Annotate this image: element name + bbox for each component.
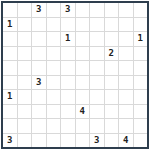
cell-r2c2[interactable] (32, 32, 46, 46)
cell-r4c7[interactable] (105, 61, 119, 75)
cell-r0c7[interactable] (105, 3, 119, 17)
cell-r1c1[interactable] (18, 18, 32, 32)
cell-r6c2[interactable] (32, 90, 46, 104)
cell-r2c7[interactable] (105, 32, 119, 46)
cell-r0c4[interactable]: 3 (61, 3, 75, 17)
cell-r5c9[interactable] (134, 76, 148, 90)
cell-r8c2[interactable] (32, 119, 46, 133)
cell-r3c7[interactable]: 2 (105, 47, 119, 61)
cell-r7c4[interactable] (61, 105, 75, 119)
cell-r6c3[interactable] (47, 90, 61, 104)
cell-r1c3[interactable] (47, 18, 61, 32)
cell-r7c2[interactable] (32, 105, 46, 119)
cell-r0c1[interactable] (18, 3, 32, 17)
cell-r0c9[interactable] (134, 3, 148, 17)
cell-r5c5[interactable] (76, 76, 90, 90)
cell-r9c2[interactable] (32, 134, 46, 148)
cell-r5c2[interactable]: 3 (32, 76, 46, 90)
cell-r7c6[interactable] (90, 105, 104, 119)
cell-r8c5[interactable] (76, 119, 90, 133)
cell-r6c6[interactable] (90, 90, 104, 104)
cell-r4c5[interactable] (76, 61, 90, 75)
cell-r4c1[interactable] (18, 61, 32, 75)
cell-r8c9[interactable] (134, 119, 148, 133)
cell-r9c5[interactable] (76, 134, 90, 148)
cell-r7c3[interactable] (47, 105, 61, 119)
cell-r1c7[interactable] (105, 18, 119, 32)
cell-r4c4[interactable] (61, 61, 75, 75)
clue-number: 2 (109, 49, 114, 58)
cell-r2c5[interactable] (76, 32, 90, 46)
cell-r1c6[interactable] (90, 18, 104, 32)
cell-r9c8[interactable]: 4 (119, 134, 133, 148)
cell-r9c3[interactable] (47, 134, 61, 148)
cell-r3c3[interactable] (47, 47, 61, 61)
cell-r2c8[interactable] (119, 32, 133, 46)
cell-r4c8[interactable] (119, 61, 133, 75)
cell-r2c0[interactable] (3, 32, 17, 46)
cell-r1c5[interactable] (76, 18, 90, 32)
cell-r7c8[interactable] (119, 105, 133, 119)
cell-r0c3[interactable] (47, 3, 61, 17)
cell-r5c4[interactable] (61, 76, 75, 90)
cell-r1c0[interactable]: 1 (3, 18, 17, 32)
cell-r3c1[interactable] (18, 47, 32, 61)
cell-r2c3[interactable] (47, 32, 61, 46)
clue-number: 1 (7, 92, 12, 101)
cell-r3c5[interactable] (76, 47, 90, 61)
clue-number: 3 (94, 136, 99, 145)
cell-r5c6[interactable] (90, 76, 104, 90)
cell-r8c1[interactable] (18, 119, 32, 133)
puzzle-board-wrap: 331112314334 (1, 1, 149, 149)
cell-r6c9[interactable] (134, 90, 148, 104)
clue-number: 3 (7, 136, 12, 145)
cell-r6c5[interactable] (76, 90, 90, 104)
cell-r4c6[interactable] (90, 61, 104, 75)
cell-r3c8[interactable] (119, 47, 133, 61)
cell-r4c2[interactable] (32, 61, 46, 75)
cell-r8c3[interactable] (47, 119, 61, 133)
cell-r7c0[interactable] (3, 105, 17, 119)
cell-r1c8[interactable] (119, 18, 133, 32)
cell-r0c2[interactable]: 3 (32, 3, 46, 17)
clue-number: 3 (36, 5, 41, 14)
cell-r3c0[interactable] (3, 47, 17, 61)
cell-r9c0[interactable]: 3 (3, 134, 17, 148)
clue-number: 4 (123, 136, 128, 145)
cell-r2c4[interactable]: 1 (61, 32, 75, 46)
cell-r5c7[interactable] (105, 76, 119, 90)
cell-r6c4[interactable] (61, 90, 75, 104)
cell-r7c7[interactable] (105, 105, 119, 119)
cell-r3c4[interactable] (61, 47, 75, 61)
cell-r6c8[interactable] (119, 90, 133, 104)
clue-number: 1 (7, 20, 12, 29)
cell-r9c1[interactable] (18, 134, 32, 148)
cell-r4c9[interactable] (134, 61, 148, 75)
cell-r0c0[interactable] (3, 3, 17, 17)
cell-r5c3[interactable] (47, 76, 61, 90)
cell-r5c1[interactable] (18, 76, 32, 90)
cell-r2c1[interactable] (18, 32, 32, 46)
cell-r2c9[interactable]: 1 (134, 32, 148, 46)
clue-number: 3 (36, 78, 41, 87)
clue-number: 3 (65, 5, 70, 14)
cell-r8c8[interactable] (119, 119, 133, 133)
cell-r0c5[interactable] (76, 3, 90, 17)
cell-r7c5[interactable]: 4 (76, 105, 90, 119)
cell-r1c9[interactable] (134, 18, 148, 32)
cell-r9c4[interactable] (61, 134, 75, 148)
cell-r9c9[interactable] (134, 134, 148, 148)
cell-r5c0[interactable] (3, 76, 17, 90)
cell-r5c8[interactable] (119, 76, 133, 90)
cell-r6c1[interactable] (18, 90, 32, 104)
cell-r9c6[interactable]: 3 (90, 134, 104, 148)
cell-r8c0[interactable] (3, 119, 17, 133)
cell-r1c2[interactable] (32, 18, 46, 32)
cell-r6c0[interactable]: 1 (3, 90, 17, 104)
cell-r3c6[interactable] (90, 47, 104, 61)
cell-r3c2[interactable] (32, 47, 46, 61)
cell-r7c9[interactable] (134, 105, 148, 119)
cell-r0c6[interactable] (90, 3, 104, 17)
cell-r8c6[interactable] (90, 119, 104, 133)
cell-r8c7[interactable] (105, 119, 119, 133)
cell-r3c9[interactable] (134, 47, 148, 61)
cell-r6c7[interactable] (105, 90, 119, 104)
cell-r2c6[interactable] (90, 32, 104, 46)
cell-r0c8[interactable] (119, 3, 133, 17)
cell-r9c7[interactable] (105, 134, 119, 148)
cell-r7c1[interactable] (18, 105, 32, 119)
clue-number: 1 (138, 34, 143, 43)
clue-number: 4 (80, 107, 85, 116)
cell-r4c0[interactable] (3, 61, 17, 75)
cell-r8c4[interactable] (61, 119, 75, 133)
puzzle-board: 331112314334 (1, 1, 149, 149)
cell-r1c4[interactable] (61, 18, 75, 32)
clue-number: 1 (65, 34, 70, 43)
cell-r4c3[interactable] (47, 61, 61, 75)
